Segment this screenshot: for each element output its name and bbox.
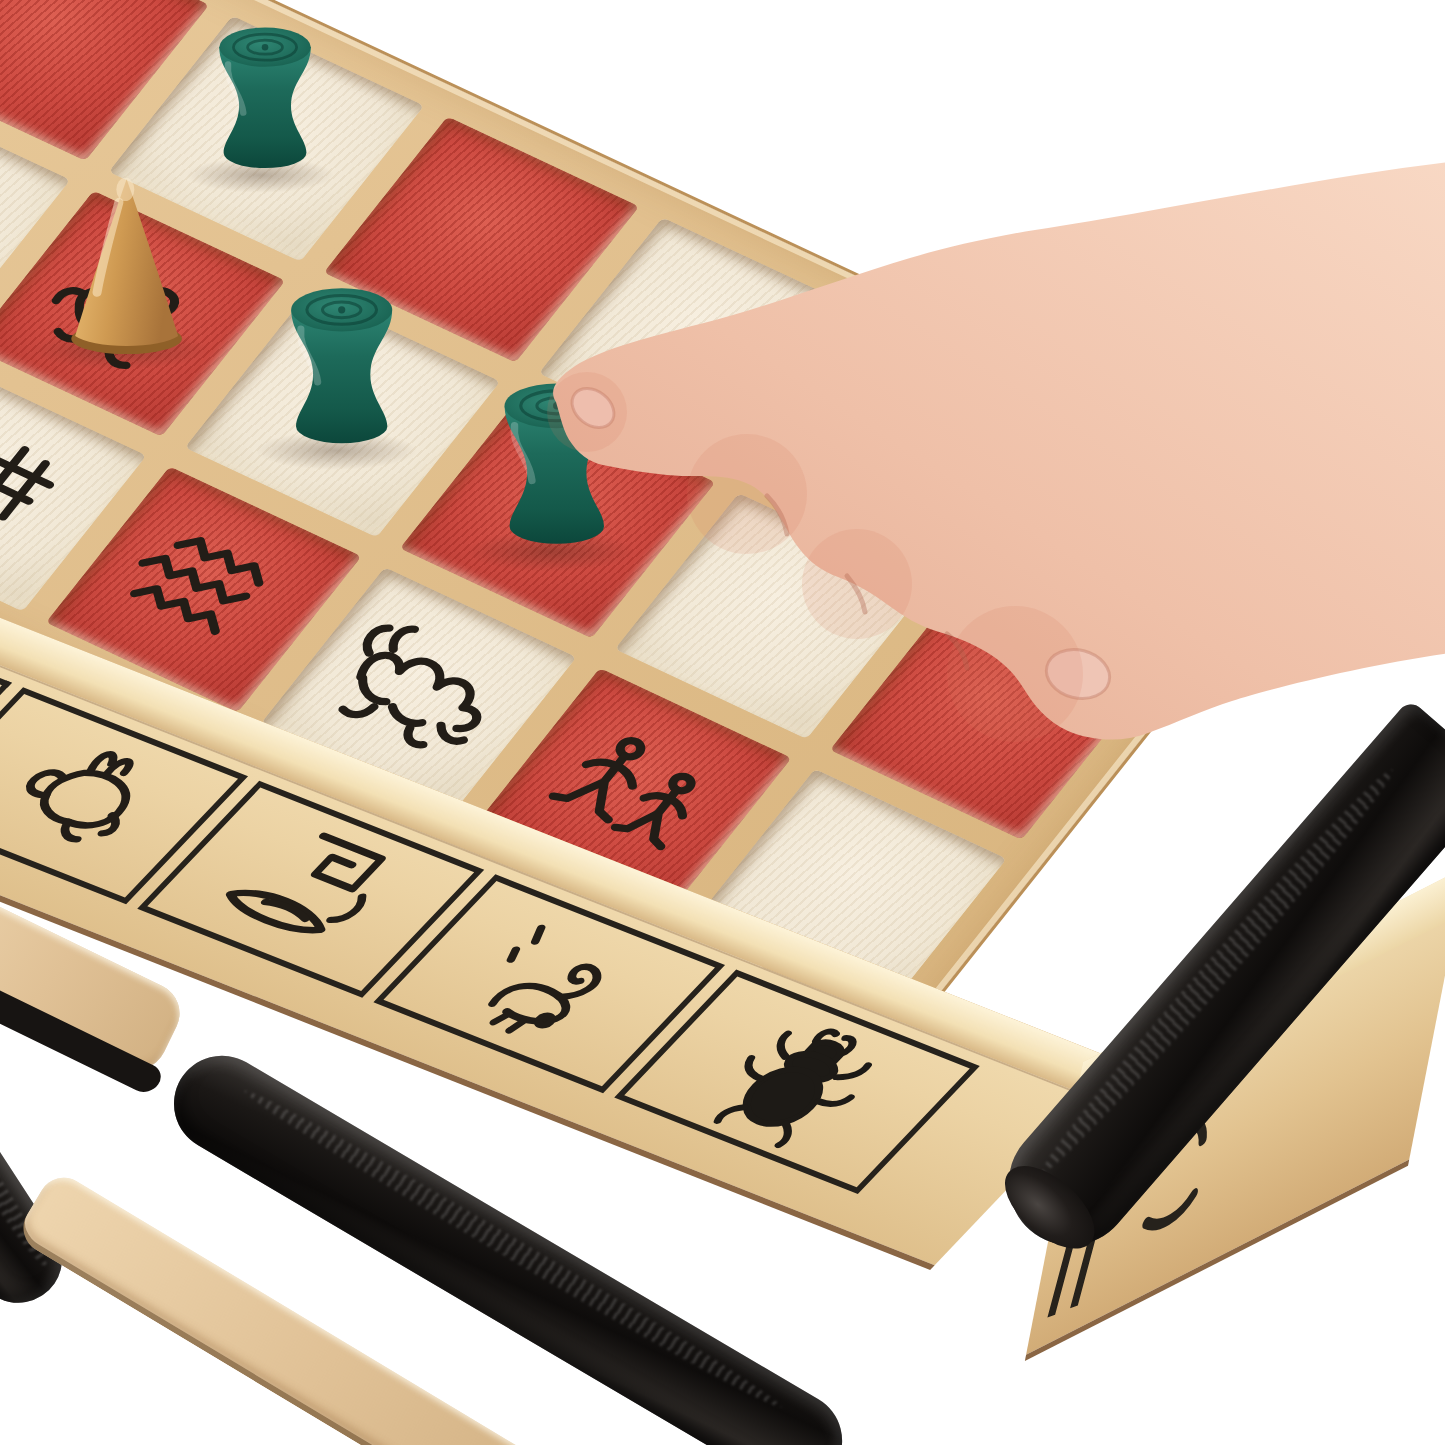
square-glyph-water-ripples: [77, 491, 330, 688]
cone-pawn-r2c6[interactable]: [60, 174, 193, 361]
player-hand: [515, 112, 1445, 757]
green-spool-pawn-r1c6[interactable]: [210, 21, 320, 184]
green-spool-pawn-r2c7[interactable]: [281, 281, 402, 461]
scene: [0, 0, 1445, 1445]
